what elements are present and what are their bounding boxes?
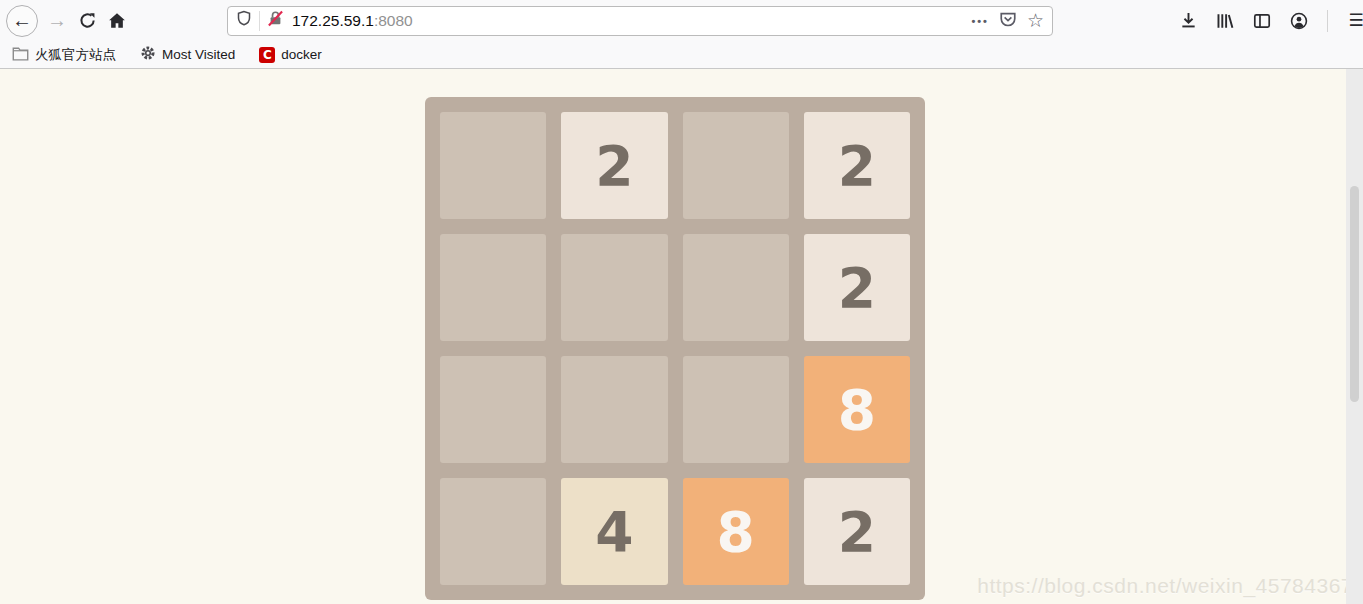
- sidebar-toggle-button[interactable]: [1247, 6, 1277, 36]
- cell-r3c1: 4: [561, 478, 667, 585]
- cell-r1c1: [561, 234, 667, 341]
- scrollbar-thumb[interactable]: [1350, 186, 1359, 402]
- back-arrow-icon: ←: [12, 9, 32, 32]
- cell-r2c3: 8: [804, 356, 910, 463]
- page-content: 2 2 2 8 4 8 2 https://blog.csdn.net/weix…: [0, 69, 1363, 604]
- hamburger-icon: ☰: [1348, 10, 1363, 31]
- cell-r0c2: [683, 112, 789, 219]
- cell-r2c1: [561, 356, 667, 463]
- cell-r1c3: 2: [804, 234, 910, 341]
- back-button[interactable]: ←: [6, 5, 38, 37]
- url-text[interactable]: 172.25.59.1:8080: [292, 12, 971, 30]
- bookmark-star-icon[interactable]: ☆: [1027, 11, 1044, 30]
- vertical-scrollbar[interactable]: [1346, 69, 1363, 604]
- downloads-button[interactable]: [1173, 6, 1203, 36]
- forward-arrow-icon: →: [47, 9, 67, 32]
- download-icon: [1180, 12, 1197, 29]
- bookmark-most-visited[interactable]: Most Visited: [138, 44, 237, 66]
- bookmark-folder-firefox-sites[interactable]: 火狐官方站点: [10, 44, 118, 66]
- bookmark-label: 火狐官方站点: [35, 46, 116, 64]
- game-board-2048: 2 2 2 8 4 8 2: [425, 97, 925, 600]
- library-button[interactable]: [1210, 6, 1240, 36]
- browser-chrome: ← →: [0, 0, 1363, 69]
- cell-r1c0: [440, 234, 546, 341]
- reload-button[interactable]: [72, 6, 102, 36]
- account-person-icon: [1290, 12, 1308, 30]
- sidebar-icon: [1253, 12, 1271, 30]
- cell-r3c3: 2: [804, 478, 910, 585]
- bookmark-label: docker: [281, 47, 322, 62]
- page-actions-button[interactable]: •••: [971, 15, 989, 27]
- csdn-watermark: https://blog.csdn.net/weixin_45784367: [977, 574, 1353, 598]
- bookmark-label: Most Visited: [162, 47, 235, 62]
- home-button[interactable]: [102, 6, 132, 36]
- toolbar-divider: [1327, 10, 1328, 32]
- docker-c-icon: C: [259, 47, 275, 63]
- insecure-lock-icon[interactable]: [267, 10, 284, 31]
- tracking-protection-shield-icon[interactable]: [236, 10, 252, 31]
- cell-r2c2: [683, 356, 789, 463]
- cell-r0c3: 2: [804, 112, 910, 219]
- account-button[interactable]: [1284, 6, 1314, 36]
- library-books-icon: [1216, 12, 1234, 30]
- pocket-save-icon[interactable]: [999, 10, 1017, 32]
- cell-r0c1: 2: [561, 112, 667, 219]
- bookmarks-toolbar: 火狐官方站点 Most Visited C docker: [0, 41, 1363, 68]
- gear-icon: [140, 45, 156, 64]
- bookmark-docker[interactable]: C docker: [257, 44, 324, 66]
- identity-divider: [259, 11, 260, 31]
- forward-button[interactable]: →: [42, 6, 72, 36]
- folder-icon: [12, 46, 29, 64]
- site-identity: [236, 10, 284, 31]
- cell-r3c0: [440, 478, 546, 585]
- reload-icon: [79, 12, 96, 29]
- cell-r0c0: [440, 112, 546, 219]
- home-icon: [108, 12, 126, 30]
- cell-r1c2: [683, 234, 789, 341]
- menu-button[interactable]: ☰: [1341, 6, 1363, 36]
- cell-r2c0: [440, 356, 546, 463]
- address-bar[interactable]: 172.25.59.1:8080 ••• ☆: [227, 6, 1053, 36]
- cell-r3c2: 8: [683, 478, 789, 585]
- navigation-toolbar: ← →: [0, 0, 1363, 41]
- url-port: :8080: [374, 12, 413, 29]
- url-host: 172.25.59.1: [292, 12, 374, 29]
